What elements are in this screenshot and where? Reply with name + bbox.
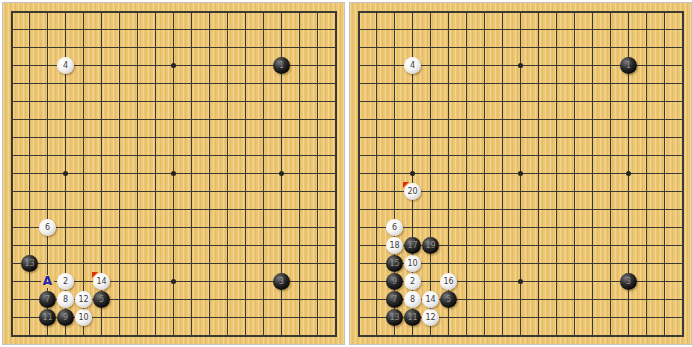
grid-cell: [350, 291, 368, 309]
grid-cell: [566, 147, 584, 165]
grid-cell: [291, 39, 309, 57]
grid-cell: [602, 147, 620, 165]
grid-cell: [327, 291, 345, 309]
grid-cell: [602, 57, 620, 75]
grid-cell: [350, 57, 368, 75]
grid-cell: [147, 93, 165, 111]
grid-cell: [476, 183, 494, 201]
grid-cell: [219, 93, 237, 111]
grid-cell: [512, 291, 530, 309]
grid-cell: [237, 75, 255, 93]
go-grid: 1234567891011121314A: [3, 3, 345, 345]
grid-cell: [566, 237, 584, 255]
grid-cell: [674, 93, 692, 111]
grid-cell: [530, 291, 548, 309]
grid-cell: [129, 273, 147, 291]
grid-cell: [422, 165, 440, 183]
grid-cell: [93, 201, 111, 219]
grid-cell: [404, 219, 422, 237]
grid-cell: [21, 237, 39, 255]
grid-cell: [309, 57, 327, 75]
grid-cell: [530, 129, 548, 147]
grid-cell: [75, 57, 93, 75]
grid-cell: [309, 255, 327, 273]
grid-cell: [165, 291, 183, 309]
grid-cell: [75, 237, 93, 255]
grid-cell: [39, 327, 57, 345]
grid-cell: [75, 201, 93, 219]
grid-cell: [530, 255, 548, 273]
grid-cell: [638, 219, 656, 237]
grid-cell: [566, 129, 584, 147]
grid-cell: [422, 129, 440, 147]
grid-cell: [656, 57, 674, 75]
grid-cell: [183, 57, 201, 75]
grid-cell: [219, 111, 237, 129]
grid-cell: [3, 309, 21, 327]
grid-cell: [57, 21, 75, 39]
grid-cell: [422, 3, 440, 21]
grid-cell: [494, 255, 512, 273]
grid-cell: [201, 129, 219, 147]
grid-cell: [458, 39, 476, 57]
grid-cell: [327, 57, 345, 75]
grid-cell: [602, 21, 620, 39]
grid-cell: [350, 3, 368, 21]
grid-cell: [147, 75, 165, 93]
grid-cell: [201, 3, 219, 21]
grid-cell: [458, 93, 476, 111]
grid-cell: [237, 147, 255, 165]
grid-cell: [237, 111, 255, 129]
grid-cell: [386, 129, 404, 147]
grid-cell: [111, 111, 129, 129]
grid-cell: [165, 147, 183, 165]
stone-black-7: 7: [39, 291, 56, 308]
grid-cell: [39, 75, 57, 93]
star-point: [63, 171, 68, 176]
grid-cell: [75, 111, 93, 129]
grid-cell: [255, 75, 273, 93]
grid-cell: [39, 201, 57, 219]
grid-cell: [458, 147, 476, 165]
grid-cell: [386, 3, 404, 21]
grid-cell: [458, 57, 476, 75]
grid-cell: [3, 183, 21, 201]
grid-cell: [620, 75, 638, 93]
grid-cell: [21, 183, 39, 201]
grid-cell: [440, 21, 458, 39]
grid-cell: [440, 183, 458, 201]
grid-cell: [494, 201, 512, 219]
grid-cell: [566, 75, 584, 93]
grid-cell: [219, 21, 237, 39]
grid-cell: [530, 3, 548, 21]
grid-cell: [57, 255, 75, 273]
grid-cell: [386, 327, 404, 345]
grid-cell: [476, 165, 494, 183]
grid-cell: [530, 165, 548, 183]
grid-cell: [129, 201, 147, 219]
grid-cell: [219, 75, 237, 93]
grid-cell: [602, 39, 620, 57]
grid-cell: [273, 201, 291, 219]
stone-white-8: 8: [404, 291, 421, 308]
grid-cell: [219, 39, 237, 57]
grid-cell: [512, 309, 530, 327]
grid-cell: [93, 237, 111, 255]
star-point: [171, 171, 176, 176]
grid-cell: [548, 237, 566, 255]
grid-cell: [273, 183, 291, 201]
grid-cell: [638, 93, 656, 111]
grid-cell: [201, 57, 219, 75]
grid-cell: [548, 183, 566, 201]
grid-cell: [291, 237, 309, 255]
grid-cell: [309, 129, 327, 147]
grid-cell: [440, 255, 458, 273]
grid-cell: [512, 3, 530, 21]
grid-cell: [512, 219, 530, 237]
grid-cell: [476, 3, 494, 21]
grid-cell: [512, 201, 530, 219]
grid-cell: [219, 309, 237, 327]
grid-cell: [309, 21, 327, 39]
grid-cell: [219, 201, 237, 219]
grid-cell: [327, 21, 345, 39]
grid-cell: [602, 327, 620, 345]
grid-cell: [219, 3, 237, 21]
grid-cell: [674, 165, 692, 183]
grid-cell: [548, 309, 566, 327]
grid-cell: [21, 3, 39, 21]
grid-cell: [93, 183, 111, 201]
grid-cell: [602, 165, 620, 183]
grid-cell: [494, 111, 512, 129]
grid-cell: [183, 21, 201, 39]
grid-cell: [422, 111, 440, 129]
grid-cell: [255, 273, 273, 291]
grid-cell: [494, 291, 512, 309]
grid-cell: [3, 201, 21, 219]
grid-cell: [75, 273, 93, 291]
grid-cell: [368, 309, 386, 327]
grid-cell: [368, 147, 386, 165]
grid-cell: [476, 219, 494, 237]
grid-cell: [656, 183, 674, 201]
grid-cell: [494, 57, 512, 75]
grid-cell: [368, 219, 386, 237]
grid-cell: [638, 201, 656, 219]
grid-cell: [674, 183, 692, 201]
grid-cell: [548, 21, 566, 39]
grid-cell: [39, 21, 57, 39]
grid-cell: [422, 255, 440, 273]
grid-cell: [512, 129, 530, 147]
grid-cell: [21, 93, 39, 111]
grid-cell: [440, 39, 458, 57]
grid-cell: [674, 237, 692, 255]
grid-cell: [656, 255, 674, 273]
grid-cell: [386, 21, 404, 39]
grid-cell: [39, 129, 57, 147]
grid-cell: [237, 93, 255, 111]
grid-cell: [386, 111, 404, 129]
star-point: [171, 279, 176, 284]
grid-cell: [584, 39, 602, 57]
grid-cell: [656, 111, 674, 129]
grid-cell: [440, 3, 458, 21]
stone-white-4: 4: [404, 57, 421, 74]
grid-cell: [111, 273, 129, 291]
grid-cell: [237, 21, 255, 39]
stone-black-17: 17: [404, 237, 421, 254]
grid-cell: [368, 183, 386, 201]
grid-cell: [638, 57, 656, 75]
grid-cell: [57, 3, 75, 21]
grid-cell: [674, 21, 692, 39]
grid-cell: [548, 93, 566, 111]
grid-cell: [440, 201, 458, 219]
grid-cell: [350, 219, 368, 237]
stone-black-19: 19: [422, 237, 439, 254]
grid-cell: [111, 39, 129, 57]
grid-cell: [602, 309, 620, 327]
grid-cell: [93, 21, 111, 39]
grid-cell: [129, 237, 147, 255]
grid-cell: [620, 291, 638, 309]
grid-cell: [147, 309, 165, 327]
grid-cell: [273, 309, 291, 327]
grid-cell: [548, 57, 566, 75]
grid-cell: [201, 93, 219, 111]
grid-cell: [309, 237, 327, 255]
grid-cell: [93, 147, 111, 165]
grid-cell: [75, 219, 93, 237]
grid-cell: [350, 165, 368, 183]
grid-cell: [39, 147, 57, 165]
grid-cell: [93, 39, 111, 57]
grid-cell: [638, 75, 656, 93]
grid-cell: [3, 327, 21, 345]
grid-cell: [93, 219, 111, 237]
grid-cell: [291, 93, 309, 111]
grid-cell: [350, 129, 368, 147]
grid-cell: [327, 129, 345, 147]
grid-cell: [638, 165, 656, 183]
grid-cell: [530, 147, 548, 165]
grid-cell: [75, 93, 93, 111]
grid-cell: [350, 93, 368, 111]
grid-cell: [602, 75, 620, 93]
grid-cell: [255, 201, 273, 219]
grid-cell: [183, 39, 201, 57]
grid-cell: [201, 255, 219, 273]
grid-cell: [147, 129, 165, 147]
grid-cell: [273, 111, 291, 129]
grid-cell: [602, 219, 620, 237]
grid-cell: [566, 57, 584, 75]
stone-black-1: 1: [273, 57, 290, 74]
grid-cell: [458, 327, 476, 345]
grid-cell: [530, 273, 548, 291]
grid-cell: [566, 201, 584, 219]
grid-cell: [111, 219, 129, 237]
grid-cell: [638, 21, 656, 39]
grid-cell: [327, 327, 345, 345]
grid-cell: [57, 93, 75, 111]
stone-white-16: 16: [440, 273, 457, 290]
go-grid: 1234567891011121314151617181920: [350, 3, 692, 345]
grid-cell: [201, 219, 219, 237]
grid-cell: [458, 255, 476, 273]
stone-black-5: 5: [440, 291, 457, 308]
grid-cell: [219, 183, 237, 201]
grid-cell: [255, 129, 273, 147]
grid-cell: [638, 327, 656, 345]
grid-cell: [440, 75, 458, 93]
grid-cell: [237, 129, 255, 147]
grid-cell: [39, 39, 57, 57]
grid-cell: [404, 75, 422, 93]
grid-cell: [404, 129, 422, 147]
grid-cell: [165, 93, 183, 111]
grid-cell: [494, 21, 512, 39]
stone-black-9: 9: [386, 273, 403, 290]
grid-cell: [237, 327, 255, 345]
grid-cell: [584, 219, 602, 237]
grid-cell: [75, 165, 93, 183]
grid-cell: [183, 3, 201, 21]
stone-white-12: 12: [75, 291, 92, 308]
grid-cell: [57, 327, 75, 345]
grid-cell: [93, 3, 111, 21]
grid-cell: [674, 291, 692, 309]
grid-cell: [422, 327, 440, 345]
grid-cell: [183, 237, 201, 255]
grid-cell: [291, 147, 309, 165]
grid-cell: [638, 291, 656, 309]
grid-cell: [183, 93, 201, 111]
grid-cell: [602, 273, 620, 291]
grid-cell: [129, 309, 147, 327]
grid-cell: [237, 39, 255, 57]
grid-cell: [75, 3, 93, 21]
grid-cell: [273, 39, 291, 57]
grid-cell: [309, 183, 327, 201]
grid-cell: [327, 165, 345, 183]
grid-cell: [39, 165, 57, 183]
grid-cell: [3, 57, 21, 75]
grid-cell: [602, 201, 620, 219]
grid-cell: [93, 327, 111, 345]
grid-cell: [273, 237, 291, 255]
grid-cell: [620, 201, 638, 219]
grid-cell: [183, 147, 201, 165]
grid-cell: [165, 255, 183, 273]
grid-cell: [368, 93, 386, 111]
grid-cell: [368, 129, 386, 147]
grid-cell: [57, 201, 75, 219]
grid-cell: [21, 111, 39, 129]
grid-cell: [350, 183, 368, 201]
grid-cell: [620, 237, 638, 255]
grid-cell: [656, 237, 674, 255]
grid-cell: [75, 129, 93, 147]
grid-cell: [219, 255, 237, 273]
grid-cell: [656, 327, 674, 345]
grid-cell: [327, 201, 345, 219]
grid-cell: [201, 165, 219, 183]
grid-cell: [39, 111, 57, 129]
star-point: [518, 171, 523, 176]
grid-cell: [458, 273, 476, 291]
stone-white-10: 10: [75, 309, 92, 326]
grid-cell: [476, 129, 494, 147]
grid-cell: [3, 75, 21, 93]
grid-cell: [620, 129, 638, 147]
grid-cell: [327, 219, 345, 237]
grid-cell: [386, 147, 404, 165]
grid-cell: [75, 75, 93, 93]
grid-cell: [165, 3, 183, 21]
grid-cell: [566, 309, 584, 327]
grid-cell: [584, 93, 602, 111]
grid-cell: [147, 39, 165, 57]
grid-cell: [291, 3, 309, 21]
grid-cell: [350, 111, 368, 129]
grid-cell: [530, 309, 548, 327]
grid-cell: [512, 255, 530, 273]
grid-cell: [93, 57, 111, 75]
grid-cell: [368, 291, 386, 309]
grid-cell: [656, 3, 674, 21]
grid-cell: [674, 147, 692, 165]
grid-cell: [309, 147, 327, 165]
grid-cell: [566, 183, 584, 201]
grid-cell: [404, 21, 422, 39]
stone-white-14: 14: [422, 291, 439, 308]
grid-cell: [21, 57, 39, 75]
grid-cell: [165, 21, 183, 39]
grid-cell: [476, 291, 494, 309]
grid-cell: [93, 75, 111, 93]
grid-cell: [219, 291, 237, 309]
grid-cell: [404, 111, 422, 129]
grid-cell: [674, 309, 692, 327]
grid-cell: [674, 219, 692, 237]
grid-cell: [291, 183, 309, 201]
grid-cell: [620, 147, 638, 165]
grid-cell: [602, 3, 620, 21]
grid-cell: [57, 75, 75, 93]
grid-cell: [476, 21, 494, 39]
star-point: [279, 171, 284, 176]
stone-white-6: 6: [39, 219, 56, 236]
grid-cell: [147, 57, 165, 75]
grid-cell: [476, 309, 494, 327]
grid-cell: [530, 327, 548, 345]
grid-cell: [237, 3, 255, 21]
grid-cell: [386, 57, 404, 75]
grid-cell: [21, 75, 39, 93]
grid-cell: [147, 111, 165, 129]
grid-cell: [273, 21, 291, 39]
grid-cell: [291, 75, 309, 93]
grid-cell: [111, 291, 129, 309]
grid-cell: [201, 201, 219, 219]
grid-cell: [584, 273, 602, 291]
